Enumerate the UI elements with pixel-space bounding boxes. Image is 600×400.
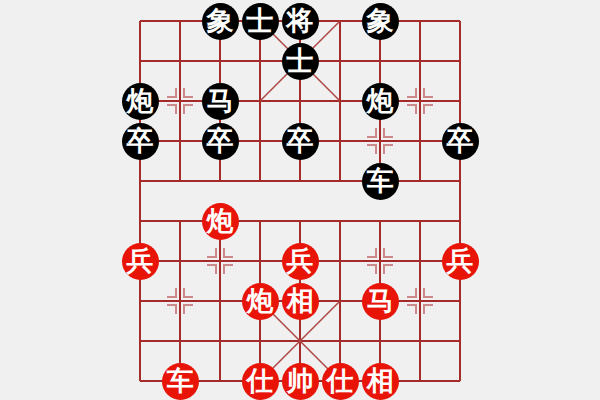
pieces-layer: 象士将象士炮马炮卒卒卒卒车炮兵兵兵炮相马车仕帅仕相 <box>120 1 480 400</box>
black-chariot[interactable]: 车 <box>362 163 399 200</box>
black-cannon[interactable]: 炮 <box>362 83 399 120</box>
black-soldier[interactable]: 卒 <box>202 123 239 160</box>
black-soldier[interactable]: 卒 <box>282 123 319 160</box>
red-cannon[interactable]: 炮 <box>202 203 239 240</box>
red-elephant[interactable]: 相 <box>362 363 399 400</box>
red-advisor[interactable]: 仕 <box>322 363 359 400</box>
xiangqi-board: 象士将象士炮马炮卒卒卒卒车炮兵兵兵炮相马车仕帅仕相 <box>0 0 600 400</box>
black-soldier[interactable]: 卒 <box>122 123 159 160</box>
red-general[interactable]: 帅 <box>282 363 319 400</box>
red-advisor[interactable]: 仕 <box>242 363 279 400</box>
red-cannon[interactable]: 炮 <box>242 283 279 320</box>
black-advisor[interactable]: 士 <box>242 3 279 40</box>
red-horse[interactable]: 马 <box>362 283 399 320</box>
black-cannon[interactable]: 炮 <box>122 83 159 120</box>
black-elephant[interactable]: 象 <box>202 3 239 40</box>
red-elephant[interactable]: 相 <box>282 283 319 320</box>
red-soldier[interactable]: 兵 <box>122 243 159 280</box>
black-general[interactable]: 将 <box>282 3 319 40</box>
black-horse[interactable]: 马 <box>202 83 239 120</box>
red-soldier[interactable]: 兵 <box>442 243 479 280</box>
black-soldier[interactable]: 卒 <box>442 123 479 160</box>
black-advisor[interactable]: 士 <box>282 43 319 80</box>
red-soldier[interactable]: 兵 <box>282 243 319 280</box>
black-elephant[interactable]: 象 <box>362 3 399 40</box>
red-chariot[interactable]: 车 <box>162 363 199 400</box>
